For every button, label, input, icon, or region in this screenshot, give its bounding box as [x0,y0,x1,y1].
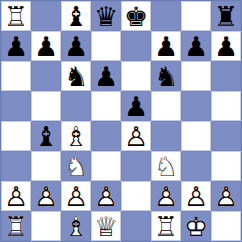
piece-white-pawn: ♟♙ [31,181,61,211]
square-c6[interactable]: ♞ [61,61,91,91]
piece-white-king: ♚♔ [181,211,211,241]
square-a2[interactable]: ♟♙ [1,181,31,211]
square-g4[interactable] [181,121,211,151]
square-f8[interactable] [151,1,181,31]
square-c2[interactable]: ♟♙ [61,181,91,211]
square-g8[interactable] [181,1,211,31]
square-g3[interactable] [181,151,211,181]
square-a6[interactable] [1,61,31,91]
square-e5[interactable]: ♟ [121,91,151,121]
piece-white-knight: ♞♘ [61,151,91,181]
square-e3[interactable] [121,151,151,181]
piece-white-pawn: ♟♙ [211,181,241,211]
square-d4[interactable] [91,121,121,151]
square-h3[interactable] [211,151,241,181]
square-b3[interactable] [31,151,61,181]
piece-black-king: ♚ [121,1,151,31]
square-c4[interactable]: ♝♗ [61,121,91,151]
square-d1[interactable]: ♛♕ [91,211,121,241]
square-f7[interactable]: ♟ [151,31,181,61]
square-f4[interactable] [151,121,181,151]
piece-white-pawn: ♟♙ [121,121,151,151]
piece-white-bishop: ♝♗ [61,121,91,151]
piece-black-bishop: ♝ [31,121,61,151]
piece-black-rook: ♜ [211,1,241,31]
piece-black-pawn: ♟ [1,31,31,61]
square-g7[interactable]: ♟ [181,31,211,61]
square-d6[interactable]: ♟ [91,61,121,91]
square-b6[interactable] [31,61,61,91]
piece-white-rook: ♜♖ [151,211,181,241]
piece-black-pawn: ♟ [61,31,91,61]
piece-black-pawn: ♟ [181,31,211,61]
piece-white-pawn: ♟♙ [181,181,211,211]
piece-black-queen: ♛ [91,1,121,31]
piece-black-pawn: ♟ [91,61,121,91]
chess-board: ♜♖♝♛♚♜♟♟♟♟♟♟♞♟♞♟♝♝♗♟♙♞♘♞♘♟♙♟♙♟♙♟♙♟♙♟♙♟♙♜… [0,0,242,242]
square-c7[interactable]: ♟ [61,31,91,61]
square-b4[interactable]: ♝ [31,121,61,151]
square-f2[interactable]: ♟♙ [151,181,181,211]
square-d3[interactable] [91,151,121,181]
square-h4[interactable] [211,121,241,151]
square-h8[interactable]: ♜ [211,1,241,31]
piece-black-bishop: ♝ [61,1,91,31]
piece-white-pawn: ♟♙ [151,181,181,211]
square-a1[interactable]: ♜♖ [1,211,31,241]
square-f5[interactable] [151,91,181,121]
square-a8[interactable]: ♜♖ [1,1,31,31]
square-a5[interactable] [1,91,31,121]
piece-white-rook: ♜♖ [1,1,31,31]
square-f6[interactable]: ♞ [151,61,181,91]
square-e8[interactable]: ♚ [121,1,151,31]
square-b7[interactable]: ♟ [31,31,61,61]
square-d8[interactable]: ♛ [91,1,121,31]
square-f3[interactable]: ♞♘ [151,151,181,181]
piece-white-pawn: ♟♙ [1,181,31,211]
square-a7[interactable]: ♟ [1,31,31,61]
square-e6[interactable] [121,61,151,91]
square-d2[interactable]: ♟♙ [91,181,121,211]
square-e4[interactable]: ♟♙ [121,121,151,151]
piece-white-pawn: ♟♙ [61,181,91,211]
square-b8[interactable] [31,1,61,31]
piece-white-knight: ♞♘ [151,151,181,181]
piece-black-pawn: ♟ [31,31,61,61]
square-b2[interactable]: ♟♙ [31,181,61,211]
square-c1[interactable]: ♝♗ [61,211,91,241]
square-g6[interactable] [181,61,211,91]
square-g1[interactable]: ♚♔ [181,211,211,241]
square-b5[interactable] [31,91,61,121]
square-a3[interactable] [1,151,31,181]
square-h6[interactable] [211,61,241,91]
square-f1[interactable]: ♜♖ [151,211,181,241]
square-g2[interactable]: ♟♙ [181,181,211,211]
square-e2[interactable] [121,181,151,211]
piece-black-pawn: ♟ [211,31,241,61]
square-g5[interactable] [181,91,211,121]
piece-white-pawn: ♟♙ [91,181,121,211]
square-c3[interactable]: ♞♘ [61,151,91,181]
square-h2[interactable]: ♟♙ [211,181,241,211]
piece-black-knight: ♞ [151,61,181,91]
square-d7[interactable] [91,31,121,61]
square-c5[interactable] [61,91,91,121]
square-e1[interactable] [121,211,151,241]
square-h7[interactable]: ♟ [211,31,241,61]
piece-black-pawn: ♟ [151,31,181,61]
piece-black-knight: ♞ [61,61,91,91]
piece-white-rook: ♜♖ [1,211,31,241]
piece-white-queen: ♛♕ [91,211,121,241]
piece-black-pawn: ♟ [121,91,151,121]
piece-white-bishop: ♝♗ [61,211,91,241]
square-a4[interactable] [1,121,31,151]
square-e7[interactable] [121,31,151,61]
square-b1[interactable] [31,211,61,241]
square-h1[interactable] [211,211,241,241]
square-d5[interactable] [91,91,121,121]
square-h5[interactable] [211,91,241,121]
square-c8[interactable]: ♝ [61,1,91,31]
